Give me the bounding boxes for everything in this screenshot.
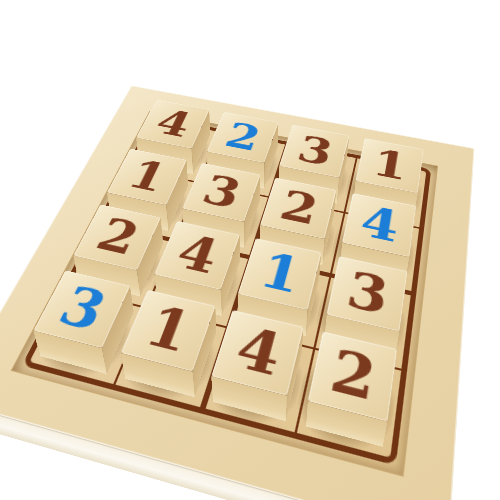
cube-numeral: 3 xyxy=(48,273,116,344)
cube-numeral: 2 xyxy=(87,207,148,267)
product-photo-scene: 4231132424133142 xyxy=(0,0,500,500)
cube-numeral: 3 xyxy=(342,260,392,328)
cube-numeral: 4 xyxy=(228,313,288,391)
cube-numeral: 1 xyxy=(253,241,307,306)
cube-r4c4[interactable]: 2 xyxy=(306,357,393,446)
cube-numeral: 4 xyxy=(168,224,226,287)
cube-r4c2[interactable]: 1 xyxy=(125,316,217,397)
cube-numeral: 1 xyxy=(136,293,200,367)
cube-r4c3[interactable]: 4 xyxy=(213,336,302,421)
cube-numeral: 2 xyxy=(325,335,381,417)
sudoku-board: 4231132424133142 xyxy=(0,86,474,500)
